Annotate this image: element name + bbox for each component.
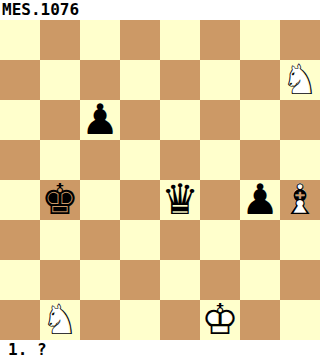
square-h3[interactable] xyxy=(280,220,320,260)
square-g6[interactable] xyxy=(240,100,280,140)
square-b3[interactable] xyxy=(40,220,80,260)
piece-outline: ♘ xyxy=(41,295,79,344)
square-g5[interactable] xyxy=(240,140,280,180)
square-e8[interactable] xyxy=(160,20,200,60)
square-c5[interactable] xyxy=(80,140,120,180)
square-f5[interactable] xyxy=(200,140,240,180)
square-c1[interactable] xyxy=(80,300,120,340)
puzzle-title: MES.1076 xyxy=(0,0,320,20)
square-e1[interactable] xyxy=(160,300,200,340)
square-e2[interactable] xyxy=(160,260,200,300)
square-h7[interactable]: ♞♘ xyxy=(280,60,320,100)
square-g1[interactable] xyxy=(240,300,280,340)
square-b5[interactable] xyxy=(40,140,80,180)
square-d7[interactable] xyxy=(120,60,160,100)
square-d4[interactable] xyxy=(120,180,160,220)
square-b2[interactable] xyxy=(40,260,80,300)
piece-outline: ♗ xyxy=(281,175,319,224)
black-queen-piece[interactable]: ♛ xyxy=(161,179,199,221)
square-h5[interactable] xyxy=(280,140,320,180)
white-knight-piece[interactable]: ♞♘ xyxy=(281,59,319,101)
square-e7[interactable] xyxy=(160,60,200,100)
square-a4[interactable] xyxy=(0,180,40,220)
square-d6[interactable] xyxy=(120,100,160,140)
black-king-piece[interactable]: ♚ xyxy=(41,179,79,221)
square-c2[interactable] xyxy=(80,260,120,300)
square-a8[interactable] xyxy=(0,20,40,60)
square-c4[interactable] xyxy=(80,180,120,220)
square-f8[interactable] xyxy=(200,20,240,60)
square-h1[interactable] xyxy=(280,300,320,340)
black-pawn-piece[interactable]: ♟ xyxy=(81,99,119,141)
square-c6[interactable]: ♟ xyxy=(80,100,120,140)
square-e5[interactable] xyxy=(160,140,200,180)
square-b7[interactable] xyxy=(40,60,80,100)
square-h2[interactable] xyxy=(280,260,320,300)
square-d3[interactable] xyxy=(120,220,160,260)
square-g3[interactable] xyxy=(240,220,280,260)
square-g8[interactable] xyxy=(240,20,280,60)
square-c3[interactable] xyxy=(80,220,120,260)
square-g2[interactable] xyxy=(240,260,280,300)
square-b4[interactable]: ♚ xyxy=(40,180,80,220)
piece-outline: ♘ xyxy=(281,55,319,104)
square-d5[interactable] xyxy=(120,140,160,180)
square-c8[interactable] xyxy=(80,20,120,60)
square-b1[interactable]: ♞♘ xyxy=(40,300,80,340)
square-a1[interactable] xyxy=(0,300,40,340)
white-king-piece[interactable]: ♚♔ xyxy=(201,299,239,341)
chess-board: ♞♘♟♚♛♟♝♗♞♘♚♔ xyxy=(0,20,320,340)
square-a7[interactable] xyxy=(0,60,40,100)
square-b8[interactable] xyxy=(40,20,80,60)
square-f3[interactable] xyxy=(200,220,240,260)
square-e3[interactable] xyxy=(160,220,200,260)
square-f7[interactable] xyxy=(200,60,240,100)
square-h4[interactable]: ♝♗ xyxy=(280,180,320,220)
square-h8[interactable] xyxy=(280,20,320,60)
white-knight-piece[interactable]: ♞♘ xyxy=(41,299,79,341)
square-h6[interactable] xyxy=(280,100,320,140)
square-a3[interactable] xyxy=(0,220,40,260)
square-e6[interactable] xyxy=(160,100,200,140)
square-f1[interactable]: ♚♔ xyxy=(200,300,240,340)
square-f4[interactable] xyxy=(200,180,240,220)
white-bishop-piece[interactable]: ♝♗ xyxy=(281,179,319,221)
square-a5[interactable] xyxy=(0,140,40,180)
square-a2[interactable] xyxy=(0,260,40,300)
square-c7[interactable] xyxy=(80,60,120,100)
square-g4[interactable]: ♟ xyxy=(240,180,280,220)
square-g7[interactable] xyxy=(240,60,280,100)
square-b6[interactable] xyxy=(40,100,80,140)
square-f6[interactable] xyxy=(200,100,240,140)
square-e4[interactable]: ♛ xyxy=(160,180,200,220)
square-d2[interactable] xyxy=(120,260,160,300)
square-d1[interactable] xyxy=(120,300,160,340)
black-pawn-piece[interactable]: ♟ xyxy=(241,179,279,221)
square-f2[interactable] xyxy=(200,260,240,300)
square-d8[interactable] xyxy=(120,20,160,60)
square-a6[interactable] xyxy=(0,100,40,140)
piece-outline: ♔ xyxy=(201,295,239,344)
